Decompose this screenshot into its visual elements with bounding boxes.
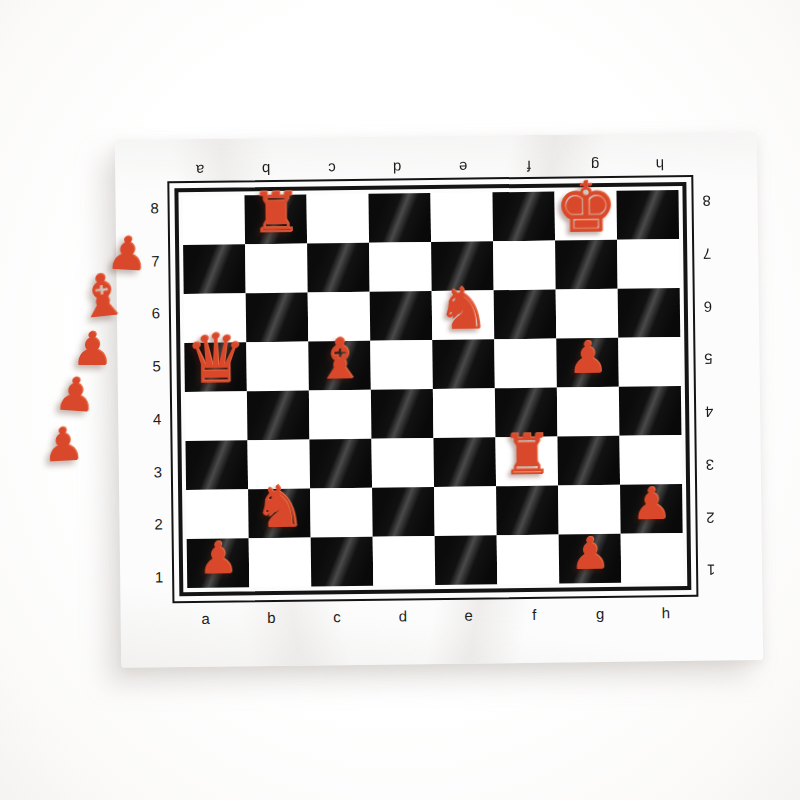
square-g3[interactable]: [557, 436, 620, 486]
square-a1[interactable]: ♟: [187, 538, 250, 588]
piece-pawn-g5[interactable]: ♟: [567, 335, 607, 379]
file-label-bottom-c: c: [304, 608, 370, 626]
square-b6[interactable]: [246, 293, 309, 343]
square-c5[interactable]: ♝: [308, 341, 371, 391]
piece-knight-e6[interactable]: ♞: [437, 279, 490, 338]
square-d5[interactable]: [370, 340, 433, 390]
file-label-top-h: h: [627, 155, 693, 173]
square-b4[interactable]: [247, 391, 310, 441]
square-f6[interactable]: [494, 290, 557, 340]
square-c7[interactable]: [307, 243, 370, 293]
file-label-bottom-a: a: [173, 609, 239, 627]
file-label-top-b: b: [233, 160, 299, 178]
file-label-bottom-f: f: [501, 605, 567, 623]
rank-label-right-1: 1: [698, 544, 725, 597]
piece-bishop-c5[interactable]: ♝: [314, 331, 365, 388]
file-label-bottom-b: b: [238, 609, 304, 627]
offboard-piece-pawn-4[interactable]: ♟: [53, 370, 97, 419]
rank-label-left-3: 3: [145, 445, 172, 498]
square-d8[interactable]: [368, 193, 431, 243]
square-e2[interactable]: [434, 486, 497, 536]
square-f2[interactable]: [496, 486, 559, 536]
file-labels-bottom: abcdefgh: [172, 597, 698, 629]
square-b5[interactable]: [246, 342, 309, 392]
square-c8[interactable]: [306, 194, 369, 244]
rank-label-left-2: 2: [145, 498, 172, 551]
square-h7[interactable]: [617, 239, 680, 289]
square-h8[interactable]: [616, 190, 679, 240]
file-label-top-a: a: [167, 161, 233, 179]
square-d7[interactable]: [369, 242, 432, 292]
square-a5[interactable]: ♛: [184, 342, 247, 392]
rank-label-right-5: 5: [695, 333, 722, 386]
chess-mat: abcdefgh 87654321 ♜♚♞♛♝♟♜♞♟♟♟ 87654321 a…: [115, 132, 763, 668]
piece-pawn-g1[interactable]: ♟: [570, 531, 610, 575]
square-d6[interactable]: [370, 291, 433, 341]
rank-labels-right: 87654321: [693, 175, 724, 597]
offboard-piece-bishop-2[interactable]: ♝: [73, 265, 131, 328]
board-zone: abcdefgh 87654321 ♜♚♞♛♝♟♜♞♟♟♟ 87654321 a…: [141, 153, 725, 630]
square-e4[interactable]: [433, 388, 496, 438]
square-b2[interactable]: ♞: [248, 489, 311, 539]
square-e8[interactable]: [430, 192, 493, 242]
rank-label-right-8: 8: [693, 175, 720, 228]
square-h1[interactable]: [621, 533, 684, 583]
file-label-top-d: d: [364, 159, 430, 177]
square-b8[interactable]: ♜: [244, 195, 307, 245]
square-g4[interactable]: [557, 387, 620, 437]
square-c3[interactable]: [309, 439, 372, 489]
rank-label-left-5: 5: [143, 340, 170, 393]
board-grid: ♜♚♞♛♝♟♜♞♟♟♟: [182, 190, 683, 588]
square-e5[interactable]: [432, 339, 495, 389]
square-e1[interactable]: [435, 535, 498, 585]
square-f7[interactable]: [493, 241, 556, 291]
square-c2[interactable]: [310, 488, 373, 538]
square-g1[interactable]: ♟: [559, 534, 622, 584]
piece-knight-b2[interactable]: ♞: [253, 477, 306, 536]
square-f1[interactable]: [497, 535, 560, 585]
square-h2[interactable]: ♟: [620, 484, 683, 534]
rank-label-left-8: 8: [141, 181, 168, 234]
file-label-top-f: f: [496, 157, 562, 175]
file-label-top-c: c: [299, 159, 365, 177]
square-a4[interactable]: [185, 391, 248, 441]
rank-label-right-2: 2: [697, 491, 724, 544]
square-h4[interactable]: [619, 386, 682, 436]
square-a7[interactable]: [183, 244, 246, 294]
rank-label-right-7: 7: [694, 227, 721, 280]
piece-pawn-h2[interactable]: ♟: [631, 481, 671, 525]
piece-rook-b8[interactable]: ♜: [250, 184, 301, 241]
rank-label-left-1: 1: [146, 551, 173, 604]
file-label-bottom-h: h: [633, 604, 699, 622]
square-f5[interactable]: [494, 339, 557, 389]
rank-label-right-3: 3: [696, 438, 723, 491]
rank-label-left-4: 4: [144, 392, 171, 445]
square-h6[interactable]: [618, 288, 681, 338]
board-frame-outer: ♜♚♞♛♝♟♜♞♟♟♟: [167, 175, 698, 603]
square-e6[interactable]: ♞: [432, 290, 495, 340]
square-d3[interactable]: [371, 438, 434, 488]
square-f3[interactable]: ♜: [495, 437, 558, 487]
square-g5[interactable]: ♟: [556, 338, 619, 388]
square-a8[interactable]: [182, 195, 245, 245]
file-label-bottom-d: d: [370, 607, 436, 625]
rank-label-right-4: 4: [696, 386, 723, 439]
file-label-top-e: e: [430, 158, 496, 176]
square-h5[interactable]: [618, 337, 681, 387]
piece-queen-a5[interactable]: ♛: [185, 325, 247, 394]
rank-label-left-6: 6: [143, 287, 170, 340]
square-e3[interactable]: [433, 437, 496, 487]
square-b7[interactable]: [245, 244, 308, 294]
piece-king-g8[interactable]: ♚: [554, 172, 618, 243]
file-label-bottom-e: e: [436, 606, 502, 624]
square-g8[interactable]: ♚: [554, 191, 617, 241]
square-f8[interactable]: [492, 192, 555, 242]
rank-label-right-6: 6: [695, 280, 722, 333]
square-d2[interactable]: [372, 487, 435, 537]
square-c1[interactable]: [311, 537, 374, 587]
offboard-piece-pawn-5[interactable]: ♟: [41, 421, 85, 469]
piece-pawn-a1[interactable]: ♟: [198, 536, 238, 580]
piece-rook-f3[interactable]: ♜: [501, 426, 552, 483]
square-a3[interactable]: [185, 440, 248, 490]
offboard-piece-pawn-3[interactable]: ♟: [71, 326, 112, 372]
square-d4[interactable]: [371, 389, 434, 439]
square-d1[interactable]: [373, 536, 436, 586]
square-b1[interactable]: [249, 538, 312, 588]
square-c4[interactable]: [309, 390, 372, 440]
board-frame-inner: ♜♚♞♛♝♟♜♞♟♟♟: [174, 182, 691, 596]
file-label-bottom-g: g: [567, 605, 633, 623]
